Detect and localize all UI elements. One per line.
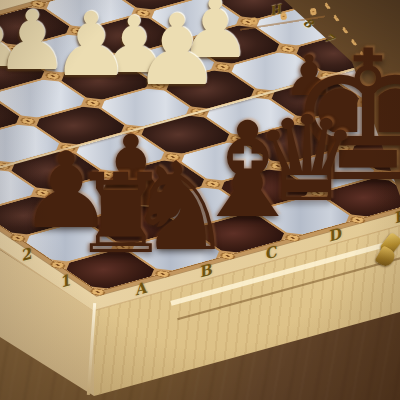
piece-white-pawn-d6[interactable]: ♟: [47, 1, 135, 89]
piece-white-pawn-e5[interactable]: ♟: [128, 1, 226, 99]
pieces-layer: ♟♟♟♟♟♟♟♚♛♟♝♟♞♜: [0, 0, 400, 400]
piece-dark-rook-a1[interactable]: ♜: [66, 159, 176, 269]
chess-box-photo: ABCDEFGH 87654321 87654321 H 8 7 ♟♟♟♟♟♟♟…: [0, 0, 400, 400]
